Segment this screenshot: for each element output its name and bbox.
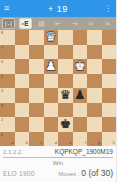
square-f3[interactable] (73, 103, 88, 118)
square-e5[interactable] (58, 74, 73, 89)
square-f6[interactable]: ♚ (73, 59, 88, 74)
square-e3[interactable] (58, 103, 73, 118)
square-a5[interactable]: 5 (0, 74, 15, 89)
course-path: 2.1.2.2. (3, 149, 23, 155)
square-a1[interactable]: 1a (0, 132, 15, 147)
square-c6[interactable] (29, 59, 44, 74)
square-f8[interactable] (73, 30, 88, 45)
square-d8[interactable]: ♛ (44, 30, 59, 45)
square-f7[interactable] (73, 45, 88, 60)
rank-label: 5 (1, 75, 3, 79)
puzzle-header-row: 2.1.2.2. KQPKQP_1900M19 (3, 148, 113, 158)
square-e1[interactable]: e (58, 132, 73, 147)
square-a8[interactable]: 8 (0, 30, 15, 45)
square-g4[interactable] (87, 88, 102, 103)
piece-black-pawn[interactable]: ♟ (73, 88, 88, 103)
page-title: + 19 (0, 4, 116, 14)
square-c8[interactable] (29, 30, 44, 45)
info-panel: 2.1.2.2. KQPKQP_1900M19 Win ELO 1900 Mov… (0, 146, 116, 182)
skip-to-start-icon[interactable]: ⇤ (52, 18, 65, 29)
square-f1[interactable]: f (73, 132, 88, 147)
square-a2[interactable]: 2 (0, 117, 15, 132)
square-g8[interactable] (87, 30, 102, 45)
square-g2[interactable] (87, 117, 102, 132)
square-a6[interactable]: 6 (0, 59, 15, 74)
rank-label: 7 (1, 46, 3, 50)
moves-counter: Moves : 0 (of 30) (58, 168, 113, 178)
square-e4[interactable]: ♛ (58, 88, 73, 103)
file-label: f (85, 141, 86, 145)
square-d5[interactable] (44, 74, 59, 89)
square-g3[interactable] (87, 103, 102, 118)
file-label: b (26, 141, 28, 145)
toolbar: [-] -E ▤ ⇤ ⇥ = = (0, 17, 116, 30)
square-b3[interactable] (15, 103, 30, 118)
engine-mode-button[interactable]: -E (19, 18, 32, 29)
square-b5[interactable] (15, 74, 30, 89)
moves-label: Moves : (58, 171, 79, 177)
file-label: d (55, 141, 57, 145)
square-d6[interactable]: ♟ (44, 59, 59, 74)
square-c2[interactable] (29, 117, 44, 132)
square-b6[interactable] (15, 59, 30, 74)
square-e8[interactable] (58, 30, 73, 45)
puzzle-list-icon[interactable]: = (101, 18, 114, 29)
square-c4[interactable] (29, 88, 44, 103)
moves-list-icon[interactable]: = (85, 18, 98, 29)
square-c3[interactable] (29, 103, 44, 118)
skip-to-end-icon[interactable]: ⇥ (68, 18, 81, 29)
app-bar: ≡ + 19 ⋮ (0, 0, 116, 17)
file-label: h (113, 141, 115, 145)
goal-text: Win (3, 160, 113, 166)
square-d3[interactable] (44, 103, 59, 118)
square-c7[interactable] (29, 45, 44, 60)
rank-label: 2 (1, 118, 3, 122)
square-a7[interactable]: 7 (0, 45, 15, 60)
chess-app-window: ≡ + 19 ⋮ [-] -E ▤ ⇤ ⇥ = = 8♛76♟♚54♛♟32♚1… (0, 0, 116, 182)
square-d2[interactable] (44, 117, 59, 132)
square-h3[interactable] (102, 103, 117, 118)
square-h2[interactable] (102, 117, 117, 132)
stats-row: ELO 1900 Moves : 0 (of 30) (3, 168, 113, 178)
square-b4[interactable] (15, 88, 30, 103)
file-label: a (11, 141, 13, 145)
chess-board: 8♛76♟♚54♛♟32♚1abcdefgh (0, 30, 116, 146)
piece-black-king[interactable]: ♚ (58, 117, 73, 132)
clipboard-icon[interactable]: ▤ (35, 18, 48, 29)
square-e7[interactable] (58, 45, 73, 60)
rank-label: 4 (1, 89, 3, 93)
square-f5[interactable] (73, 74, 88, 89)
rank-label: 6 (1, 60, 3, 64)
piece-black-queen[interactable]: ♛ (58, 88, 73, 103)
square-e6[interactable] (58, 59, 73, 74)
file-label: c (41, 141, 43, 145)
square-b1[interactable]: b (15, 132, 30, 147)
square-h1[interactable]: h (102, 132, 117, 147)
piece-white-king[interactable]: ♚ (73, 59, 88, 74)
piece-white-pawn[interactable]: ♟ (44, 59, 59, 74)
square-b2[interactable] (15, 117, 30, 132)
puzzle-id: KQPKQP_1900M19 (55, 148, 113, 155)
square-h6[interactable] (102, 59, 117, 74)
square-a4[interactable]: 4 (0, 88, 15, 103)
kebab-menu-icon[interactable]: ⋮ (104, 0, 112, 17)
square-h8[interactable] (102, 30, 117, 45)
square-h7[interactable] (102, 45, 117, 60)
square-b7[interactable] (15, 45, 30, 60)
square-b8[interactable] (15, 30, 30, 45)
square-f2[interactable] (73, 117, 88, 132)
square-g1[interactable]: g (87, 132, 102, 147)
file-label: g (98, 141, 100, 145)
square-h5[interactable] (102, 74, 117, 89)
square-c1[interactable]: c (29, 132, 44, 147)
file-label: e (69, 141, 71, 145)
piece-white-queen[interactable]: ♛ (44, 30, 59, 45)
moves-value: 0 (of 30) (81, 168, 113, 178)
square-a3[interactable]: 3 (0, 103, 15, 118)
elo-rating: ELO 1900 (3, 170, 35, 177)
square-d1[interactable]: d (44, 132, 59, 147)
square-g6[interactable] (87, 59, 102, 74)
square-e2[interactable]: ♚ (58, 117, 73, 132)
square-g5[interactable] (87, 74, 102, 89)
square-f4[interactable]: ♟ (73, 88, 88, 103)
square-h4[interactable] (102, 88, 117, 103)
rank-label: 1 (1, 133, 3, 137)
rank-label: 8 (1, 31, 3, 35)
square-g7[interactable] (87, 45, 102, 60)
square-d4[interactable] (44, 88, 59, 103)
setup-position-button[interactable]: [-] (2, 18, 15, 29)
square-d7[interactable] (44, 45, 59, 60)
rank-label: 3 (1, 104, 3, 108)
square-c5[interactable] (29, 74, 44, 89)
